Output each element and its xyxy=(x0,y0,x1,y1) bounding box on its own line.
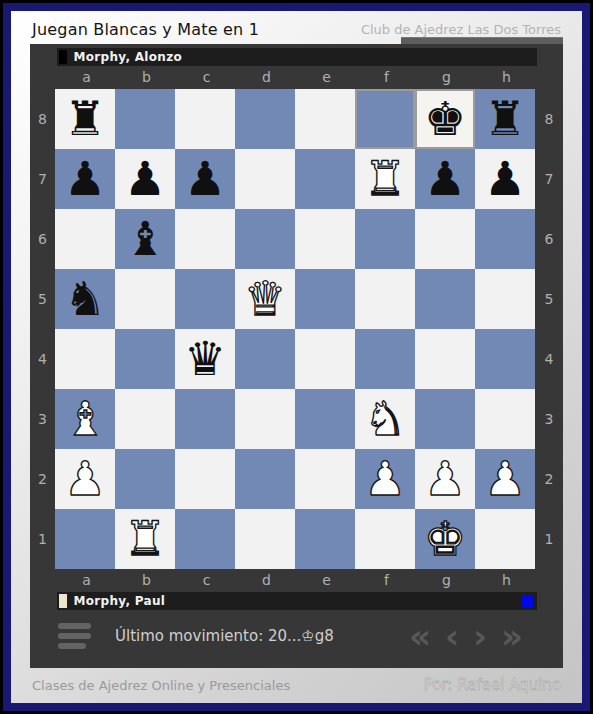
square-b1[interactable]: ♜ xyxy=(115,509,175,569)
piece-black-bishop: ♝ xyxy=(124,209,166,269)
nav-arrows: « ‹ › » xyxy=(409,614,523,658)
hamburger-icon xyxy=(58,623,91,629)
square-f7[interactable]: ♜ xyxy=(355,149,415,209)
square-a1[interactable] xyxy=(55,509,115,569)
club-name: Club de Ajedrez Las Dos Torres xyxy=(361,22,561,37)
square-b5[interactable] xyxy=(115,269,175,329)
nav-start-button[interactable]: « xyxy=(409,614,431,658)
square-g5[interactable] xyxy=(415,269,475,329)
page-background: Juegan Blancas y Mate en 1 Club de Ajedr… xyxy=(11,11,582,703)
square-h5[interactable] xyxy=(475,269,535,329)
nav-end-button[interactable]: » xyxy=(501,614,523,658)
square-h6[interactable] xyxy=(475,209,535,269)
last-move-label: Último movimiento: 20...♔g8 xyxy=(115,627,334,645)
square-d4[interactable] xyxy=(235,329,295,389)
square-h3[interactable] xyxy=(475,389,535,449)
square-a7[interactable]: ♟ xyxy=(55,149,115,209)
file-labels-bottom: abcdefgh xyxy=(57,569,537,592)
player-color-black xyxy=(59,50,67,64)
square-f3[interactable]: ♞ xyxy=(355,389,415,449)
square-a6[interactable] xyxy=(55,209,115,269)
footer: Clases de Ajedrez Online y Presenciales … xyxy=(11,668,582,694)
square-h4[interactable] xyxy=(475,329,535,389)
piece-white-queen: ♛ xyxy=(244,269,286,329)
square-c4[interactable]: ♛ xyxy=(175,329,235,389)
rank-labels-right: 87654321 xyxy=(535,89,563,569)
player-name-bottom: Morphy, Paul xyxy=(74,594,166,608)
piece-white-rook: ♜ xyxy=(364,149,406,209)
square-c7[interactable]: ♟ xyxy=(175,149,235,209)
piece-black-rook: ♜ xyxy=(484,89,526,149)
piece-black-queen: ♛ xyxy=(184,329,226,389)
square-d8[interactable] xyxy=(235,89,295,149)
square-e4[interactable] xyxy=(295,329,355,389)
turn-indicator xyxy=(522,596,533,607)
piece-black-pawn: ♟ xyxy=(124,149,166,209)
file-labels-top: abcdefgh xyxy=(57,66,537,89)
square-b6[interactable]: ♝ xyxy=(115,209,175,269)
square-g3[interactable] xyxy=(415,389,475,449)
piece-black-pawn: ♟ xyxy=(184,149,226,209)
square-b2[interactable] xyxy=(115,449,175,509)
square-c1[interactable] xyxy=(175,509,235,569)
square-h2[interactable]: ♟ xyxy=(475,449,535,509)
piece-black-knight: ♞ xyxy=(64,269,106,329)
player-color-white xyxy=(59,594,67,608)
square-g4[interactable] xyxy=(415,329,475,389)
board-panel: Morphy, Alonzo abcdefgh 87654321 ♜♚♜♟♟♟♜… xyxy=(30,44,563,668)
square-f5[interactable] xyxy=(355,269,415,329)
piece-black-pawn: ♟ xyxy=(484,149,526,209)
square-c8[interactable] xyxy=(175,89,235,149)
square-h7[interactable]: ♟ xyxy=(475,149,535,209)
piece-black-pawn: ♟ xyxy=(64,149,106,209)
square-a4[interactable] xyxy=(55,329,115,389)
square-c3[interactable] xyxy=(175,389,235,449)
square-b7[interactable]: ♟ xyxy=(115,149,175,209)
player-bar-bottom: Morphy, Paul xyxy=(57,592,537,610)
piece-white-pawn: ♟ xyxy=(424,449,466,509)
square-d2[interactable] xyxy=(235,449,295,509)
square-d6[interactable] xyxy=(235,209,295,269)
square-e6[interactable] xyxy=(295,209,355,269)
square-e5[interactable] xyxy=(295,269,355,329)
square-g1[interactable]: ♚ xyxy=(415,509,475,569)
square-d7[interactable] xyxy=(235,149,295,209)
piece-black-rook: ♜ xyxy=(64,89,106,149)
square-e8[interactable] xyxy=(295,89,355,149)
controls-bar: Último movimiento: 20...♔g8 « ‹ › » xyxy=(30,610,563,662)
nav-prev-button[interactable]: ‹ xyxy=(445,614,459,658)
square-g8[interactable]: ♚ xyxy=(415,89,475,149)
square-d3[interactable] xyxy=(235,389,295,449)
square-g2[interactable]: ♟ xyxy=(415,449,475,509)
window-frame: Juegan Blancas y Mate en 1 Club de Ajedr… xyxy=(0,0,593,714)
page-title: Juegan Blancas y Mate en 1 xyxy=(32,20,259,39)
square-d1[interactable] xyxy=(235,509,295,569)
player-bar-top: Morphy, Alonzo xyxy=(57,48,537,66)
hamburger-icon xyxy=(58,643,86,649)
piece-white-pawn: ♟ xyxy=(364,449,406,509)
square-c6[interactable] xyxy=(175,209,235,269)
piece-black-pawn: ♟ xyxy=(424,149,466,209)
piece-white-pawn: ♟ xyxy=(64,449,106,509)
square-a3[interactable]: ♝ xyxy=(55,389,115,449)
player-name-top: Morphy, Alonzo xyxy=(74,50,182,64)
square-b8[interactable] xyxy=(115,89,175,149)
piece-white-rook: ♜ xyxy=(124,509,166,569)
square-f1[interactable] xyxy=(355,509,415,569)
chess-board: ♜♚♜♟♟♟♜♟♟♝♞♛♛♝♞♟♟♟♟♜♚ xyxy=(55,89,535,569)
square-a2[interactable]: ♟ xyxy=(55,449,115,509)
square-h1[interactable] xyxy=(475,509,535,569)
square-g7[interactable]: ♟ xyxy=(415,149,475,209)
menu-button[interactable] xyxy=(58,623,91,649)
square-f2[interactable]: ♟ xyxy=(355,449,415,509)
square-f4[interactable] xyxy=(355,329,415,389)
footer-right-text: Por: Rafael Aquino xyxy=(424,676,561,694)
piece-white-king: ♚ xyxy=(424,509,466,569)
square-e1[interactable] xyxy=(295,509,355,569)
square-f8[interactable] xyxy=(355,89,415,149)
square-e7[interactable] xyxy=(295,149,355,209)
square-g6[interactable] xyxy=(415,209,475,269)
square-a5[interactable]: ♞ xyxy=(55,269,115,329)
square-b3[interactable] xyxy=(115,389,175,449)
panel-tab xyxy=(401,37,563,44)
footer-left-text: Clases de Ajedrez Online y Presenciales xyxy=(32,678,290,693)
square-e3[interactable] xyxy=(295,389,355,449)
square-h8[interactable]: ♜ xyxy=(475,89,535,149)
square-a8[interactable]: ♜ xyxy=(55,89,115,149)
hamburger-icon xyxy=(58,633,91,639)
piece-white-bishop: ♝ xyxy=(64,389,106,449)
square-c2[interactable] xyxy=(175,449,235,509)
piece-white-knight: ♞ xyxy=(364,389,406,449)
nav-next-button[interactable]: › xyxy=(473,614,487,658)
square-e2[interactable] xyxy=(295,449,355,509)
piece-white-pawn: ♟ xyxy=(484,449,526,509)
square-d5[interactable]: ♛ xyxy=(235,269,295,329)
square-c5[interactable] xyxy=(175,269,235,329)
square-f6[interactable] xyxy=(355,209,415,269)
rank-labels-left: 87654321 xyxy=(30,89,55,569)
piece-black-king: ♚ xyxy=(424,89,466,149)
square-b4[interactable] xyxy=(115,329,175,389)
